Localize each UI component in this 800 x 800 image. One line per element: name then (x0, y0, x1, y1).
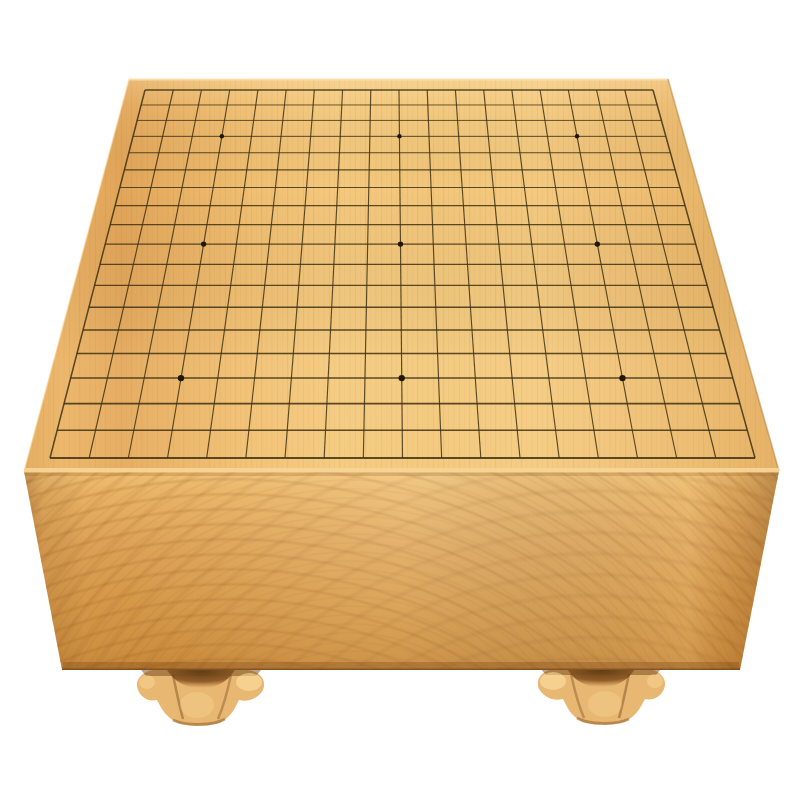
board-legs (137, 669, 665, 726)
front-edge-chamfer (24, 468, 779, 476)
star-point (220, 134, 224, 138)
left-leg (137, 670, 264, 726)
right-leg (538, 669, 665, 725)
star-point (397, 134, 401, 138)
goban-svg: Empty 19x19 traditional Japanese floor g… (0, 0, 800, 800)
star-point (619, 375, 625, 381)
star-point (201, 241, 206, 246)
star-point (398, 241, 403, 246)
star-point (399, 375, 405, 381)
star-point (575, 134, 579, 138)
goban-scene: Empty 19x19 traditional Japanese floor g… (0, 0, 800, 800)
board-front-face (24, 471, 779, 670)
star-point (178, 375, 184, 381)
star-point (595, 241, 600, 246)
